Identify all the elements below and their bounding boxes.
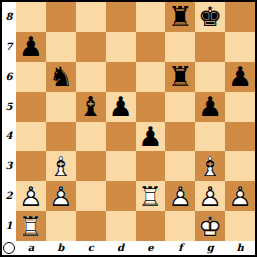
piece-outline: ♖ [138,181,162,211]
file-label-h: h [225,241,255,255]
black-pawn[interactable]: ♟ [138,123,162,150]
white-rook[interactable]: ♜♖ [138,183,162,210]
board: ♜♚♟♞♜♟♝♟♟♟♝♗♝♗♟♙♟♙♜♖♟♙♟♙♟♙♜♖♚♔ [16,2,255,241]
square-d7[interactable] [106,32,136,62]
square-a5[interactable] [16,92,46,122]
rank-label-2: 2 [2,181,16,211]
piece-outline: ♖ [19,211,43,241]
file-labels-row: abcdefgh [16,241,255,255]
square-g3[interactable]: ♝♗ [195,151,225,181]
square-a7[interactable]: ♟ [16,32,46,62]
file-label-e: e [136,241,166,255]
square-h6[interactable]: ♟ [225,62,255,92]
piece-outline: ♙ [49,181,73,211]
square-e5[interactable] [136,92,166,122]
black-pawn[interactable]: ♟ [198,93,222,120]
file-label-a: a [16,241,46,255]
black-rook[interactable]: ♜ [168,3,192,30]
white-bishop[interactable]: ♝♗ [49,153,73,180]
square-d6[interactable] [106,62,136,92]
square-c6[interactable] [76,62,106,92]
chess-board-diagram: 87654321 ♜♚♟♞♜♟♝♟♟♟♝♗♝♗♟♙♟♙♜♖♟♙♟♙♟♙♜♖♚♔ … [0,0,257,257]
square-e8[interactable] [136,2,166,32]
square-b2[interactable]: ♟♙ [46,181,76,211]
square-c7[interactable] [76,32,106,62]
square-g7[interactable] [195,32,225,62]
rank-labels-column: 87654321 [2,2,16,241]
rank-label-6: 6 [2,62,16,92]
square-h7[interactable] [225,32,255,62]
square-b1[interactable] [46,211,76,241]
square-g1[interactable]: ♚♔ [195,211,225,241]
square-b3[interactable]: ♝♗ [46,151,76,181]
rank-label-5: 5 [2,92,16,122]
black-rook[interactable]: ♜ [168,63,192,90]
square-e3[interactable] [136,151,166,181]
square-b4[interactable] [46,122,76,152]
rank-label-7: 7 [2,32,16,62]
white-pawn[interactable]: ♟♙ [228,183,252,210]
black-knight[interactable]: ♞ [49,63,73,90]
square-c8[interactable] [76,2,106,32]
square-b7[interactable] [46,32,76,62]
square-e7[interactable] [136,32,166,62]
square-e6[interactable] [136,62,166,92]
square-g6[interactable] [195,62,225,92]
square-h4[interactable] [225,122,255,152]
square-e4[interactable]: ♟ [136,122,166,152]
rank-label-4: 4 [2,122,16,152]
square-f6[interactable]: ♜ [165,62,195,92]
white-pawn[interactable]: ♟♙ [198,183,222,210]
square-b6[interactable]: ♞ [46,62,76,92]
square-d3[interactable] [106,151,136,181]
white-rook[interactable]: ♜♖ [19,213,43,240]
white-pawn[interactable]: ♟♙ [168,183,192,210]
white-to-move-circle-icon [3,242,15,254]
square-g5[interactable]: ♟ [195,92,225,122]
square-b8[interactable] [46,2,76,32]
black-pawn[interactable]: ♟ [228,63,252,90]
square-h5[interactable] [225,92,255,122]
square-c3[interactable] [76,151,106,181]
square-f4[interactable] [165,122,195,152]
square-a1[interactable]: ♜♖ [16,211,46,241]
black-king[interactable]: ♚ [198,3,222,30]
square-f8[interactable]: ♜ [165,2,195,32]
square-f3[interactable] [165,151,195,181]
white-pawn[interactable]: ♟♙ [49,183,73,210]
square-a6[interactable] [16,62,46,92]
file-label-b: b [46,241,76,255]
file-label-g: g [195,241,225,255]
square-d8[interactable] [106,2,136,32]
white-bishop[interactable]: ♝♗ [198,153,222,180]
square-a3[interactable] [16,151,46,181]
square-d5[interactable]: ♟ [106,92,136,122]
square-h8[interactable] [225,2,255,32]
square-d1[interactable] [106,211,136,241]
piece-outline: ♔ [198,211,222,241]
square-d2[interactable] [106,181,136,211]
square-c1[interactable] [76,211,106,241]
rank-label-3: 3 [2,151,16,181]
piece-outline: ♗ [49,151,73,181]
piece-outline: ♙ [19,181,43,211]
square-f7[interactable] [165,32,195,62]
file-label-f: f [165,241,195,255]
black-pawn[interactable]: ♟ [108,93,132,120]
piece-outline: ♗ [198,151,222,181]
square-h3[interactable] [225,151,255,181]
file-label-c: c [76,241,106,255]
square-f1[interactable] [165,211,195,241]
square-a2[interactable]: ♟♙ [16,181,46,211]
square-e2[interactable]: ♜♖ [136,181,166,211]
square-g2[interactable]: ♟♙ [195,181,225,211]
square-g8[interactable]: ♚ [195,2,225,32]
square-g4[interactable] [195,122,225,152]
square-f5[interactable] [165,92,195,122]
square-h1[interactable] [225,211,255,241]
square-f2[interactable]: ♟♙ [165,181,195,211]
turn-indicator [2,241,16,255]
square-e1[interactable] [136,211,166,241]
rank-label-8: 8 [2,2,16,32]
square-d4[interactable] [106,122,136,152]
square-c2[interactable] [76,181,106,211]
square-b5[interactable] [46,92,76,122]
piece-outline: ♙ [198,181,222,211]
white-pawn[interactable]: ♟♙ [19,183,43,210]
black-pawn[interactable]: ♟ [19,33,43,60]
square-c5[interactable]: ♝ [76,92,106,122]
white-king[interactable]: ♚♔ [198,213,222,240]
rank-label-1: 1 [2,211,16,241]
black-bishop[interactable]: ♝ [79,93,103,120]
square-h2[interactable]: ♟♙ [225,181,255,211]
square-c4[interactable] [76,122,106,152]
square-a4[interactable] [16,122,46,152]
piece-outline: ♙ [168,181,192,211]
piece-outline: ♙ [228,181,252,211]
file-label-d: d [106,241,136,255]
square-a8[interactable] [16,2,46,32]
